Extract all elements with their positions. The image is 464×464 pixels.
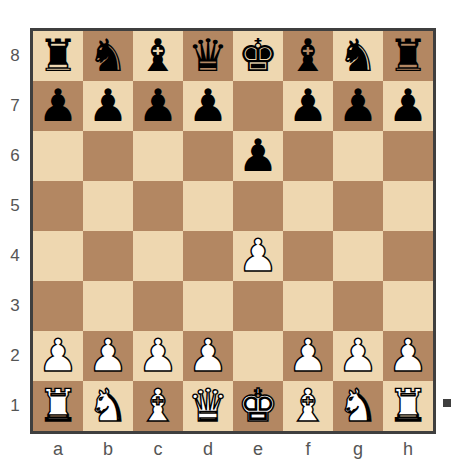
file-label-e: e <box>233 436 283 462</box>
square-d1[interactable]: ♛ <box>183 381 233 431</box>
square-g8[interactable]: ♞ <box>333 31 383 81</box>
square-f8[interactable]: ♝ <box>283 31 333 81</box>
white-knight: ♞ <box>333 381 383 431</box>
square-d8[interactable]: ♛ <box>183 31 233 81</box>
square-a8[interactable]: ♜ <box>33 31 83 81</box>
square-c6[interactable] <box>133 131 183 181</box>
square-f5[interactable] <box>283 181 333 231</box>
square-c8[interactable]: ♝ <box>133 31 183 81</box>
black-knight: ♞ <box>83 31 133 81</box>
square-c7[interactable]: ♟ <box>133 81 183 131</box>
square-h8[interactable]: ♜ <box>383 31 433 81</box>
white-pawn: ♟ <box>183 331 233 381</box>
black-rook: ♜ <box>33 31 83 81</box>
square-f4[interactable] <box>283 231 333 281</box>
rank-labels: 87654321 <box>0 31 30 431</box>
square-b5[interactable] <box>83 181 133 231</box>
black-pawn: ♟ <box>333 81 383 131</box>
square-g1[interactable]: ♞ <box>333 381 383 431</box>
square-e5[interactable] <box>233 181 283 231</box>
square-g3[interactable] <box>333 281 383 331</box>
square-e7[interactable] <box>233 81 283 131</box>
rank-label-5: 5 <box>0 181 30 231</box>
square-h3[interactable] <box>383 281 433 331</box>
square-c1[interactable]: ♝ <box>133 381 183 431</box>
square-d6[interactable] <box>183 131 233 181</box>
square-h1[interactable]: ♜ <box>383 381 433 431</box>
square-a5[interactable] <box>33 181 83 231</box>
file-label-f: f <box>283 436 333 462</box>
square-h2[interactable]: ♟ <box>383 331 433 381</box>
black-pawn: ♟ <box>33 81 83 131</box>
white-knight: ♞ <box>83 381 133 431</box>
square-g7[interactable]: ♟ <box>333 81 383 131</box>
file-label-g: g <box>333 436 383 462</box>
square-d3[interactable] <box>183 281 233 331</box>
black-pawn: ♟ <box>233 131 283 181</box>
rank-label-4: 4 <box>0 231 30 281</box>
square-a2[interactable]: ♟ <box>33 331 83 381</box>
black-pawn: ♟ <box>383 81 433 131</box>
square-b4[interactable] <box>83 231 133 281</box>
square-b3[interactable] <box>83 281 133 331</box>
black-pawn: ♟ <box>83 81 133 131</box>
white-king: ♚ <box>233 381 283 431</box>
rank-label-6: 6 <box>0 131 30 181</box>
white-rook: ♜ <box>33 381 83 431</box>
square-e1[interactable]: ♚ <box>233 381 283 431</box>
square-e3[interactable] <box>233 281 283 331</box>
black-rook: ♜ <box>383 31 433 81</box>
square-b2[interactable]: ♟ <box>83 331 133 381</box>
square-e6[interactable]: ♟ <box>233 131 283 181</box>
square-g5[interactable] <box>333 181 383 231</box>
square-b7[interactable]: ♟ <box>83 81 133 131</box>
square-a4[interactable] <box>33 231 83 281</box>
black-king: ♚ <box>233 31 283 81</box>
white-pawn: ♟ <box>283 331 333 381</box>
square-b8[interactable]: ♞ <box>83 31 133 81</box>
white-pawn: ♟ <box>383 331 433 381</box>
rank-label-3: 3 <box>0 281 30 331</box>
square-c3[interactable] <box>133 281 183 331</box>
black-knight: ♞ <box>333 31 383 81</box>
square-g6[interactable] <box>333 131 383 181</box>
square-g2[interactable]: ♟ <box>333 331 383 381</box>
move-indicator <box>443 399 451 407</box>
black-pawn: ♟ <box>183 81 233 131</box>
black-bishop: ♝ <box>133 31 183 81</box>
square-d5[interactable] <box>183 181 233 231</box>
square-a3[interactable] <box>33 281 83 331</box>
chess-board: ♜♞♝♛♚♝♞♜♟♟♟♟♟♟♟♟♟♟♟♟♟♟♟♟♜♞♝♛♚♝♞♜ <box>30 28 436 434</box>
file-label-h: h <box>383 436 433 462</box>
square-f3[interactable] <box>283 281 333 331</box>
square-a1[interactable]: ♜ <box>33 381 83 431</box>
square-b6[interactable] <box>83 131 133 181</box>
square-b1[interactable]: ♞ <box>83 381 133 431</box>
square-c5[interactable] <box>133 181 183 231</box>
square-c4[interactable] <box>133 231 183 281</box>
square-h4[interactable] <box>383 231 433 281</box>
file-label-a: a <box>33 436 83 462</box>
square-e2[interactable] <box>233 331 283 381</box>
square-f2[interactable]: ♟ <box>283 331 333 381</box>
rank-label-1: 1 <box>0 381 30 431</box>
white-pawn: ♟ <box>333 331 383 381</box>
square-h7[interactable]: ♟ <box>383 81 433 131</box>
square-d7[interactable]: ♟ <box>183 81 233 131</box>
square-g4[interactable] <box>333 231 383 281</box>
white-pawn: ♟ <box>133 331 183 381</box>
white-queen: ♛ <box>183 381 233 431</box>
square-h5[interactable] <box>383 181 433 231</box>
square-f1[interactable]: ♝ <box>283 381 333 431</box>
white-pawn: ♟ <box>83 331 133 381</box>
square-c2[interactable]: ♟ <box>133 331 183 381</box>
rank-label-8: 8 <box>0 31 30 81</box>
rank-label-2: 2 <box>0 331 30 381</box>
file-label-b: b <box>83 436 133 462</box>
square-d2[interactable]: ♟ <box>183 331 233 381</box>
square-f6[interactable] <box>283 131 333 181</box>
chess-diagram: 87654321 ♜♞♝♛♚♝♞♜♟♟♟♟♟♟♟♟♟♟♟♟♟♟♟♟♜♞♝♛♚♝♞… <box>0 0 464 464</box>
square-h6[interactable] <box>383 131 433 181</box>
square-e4[interactable]: ♟ <box>233 231 283 281</box>
white-pawn: ♟ <box>233 231 283 281</box>
square-a6[interactable] <box>33 131 83 181</box>
white-bishop: ♝ <box>133 381 183 431</box>
square-f7[interactable]: ♟ <box>283 81 333 131</box>
white-pawn: ♟ <box>33 331 83 381</box>
file-label-d: d <box>183 436 233 462</box>
file-label-c: c <box>133 436 183 462</box>
square-e8[interactable]: ♚ <box>233 31 283 81</box>
black-queen: ♛ <box>183 31 233 81</box>
square-d4[interactable] <box>183 231 233 281</box>
square-a7[interactable]: ♟ <box>33 81 83 131</box>
rank-label-7: 7 <box>0 81 30 131</box>
white-bishop: ♝ <box>283 381 333 431</box>
black-pawn: ♟ <box>283 81 333 131</box>
white-rook: ♜ <box>383 381 433 431</box>
black-pawn: ♟ <box>133 81 183 131</box>
black-bishop: ♝ <box>283 31 333 81</box>
file-labels: abcdefgh <box>33 436 433 462</box>
